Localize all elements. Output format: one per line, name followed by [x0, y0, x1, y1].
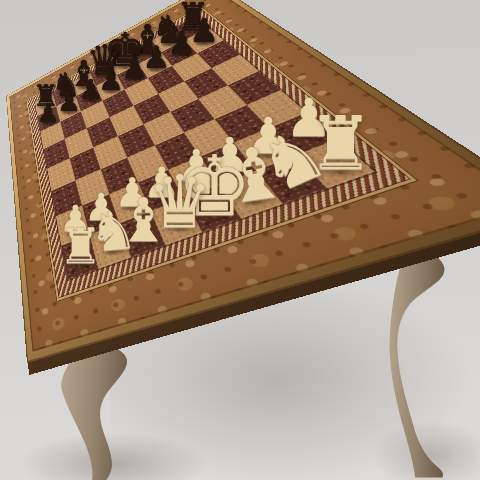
table-leg-right	[386, 242, 454, 480]
scene: ♜♞♝♛♚♝♞♜♟♟♟♟♟♟♟♟♟♟♟♟♟♟♟♟♜♞♝♛♚♝♞♜	[0, 0, 480, 480]
